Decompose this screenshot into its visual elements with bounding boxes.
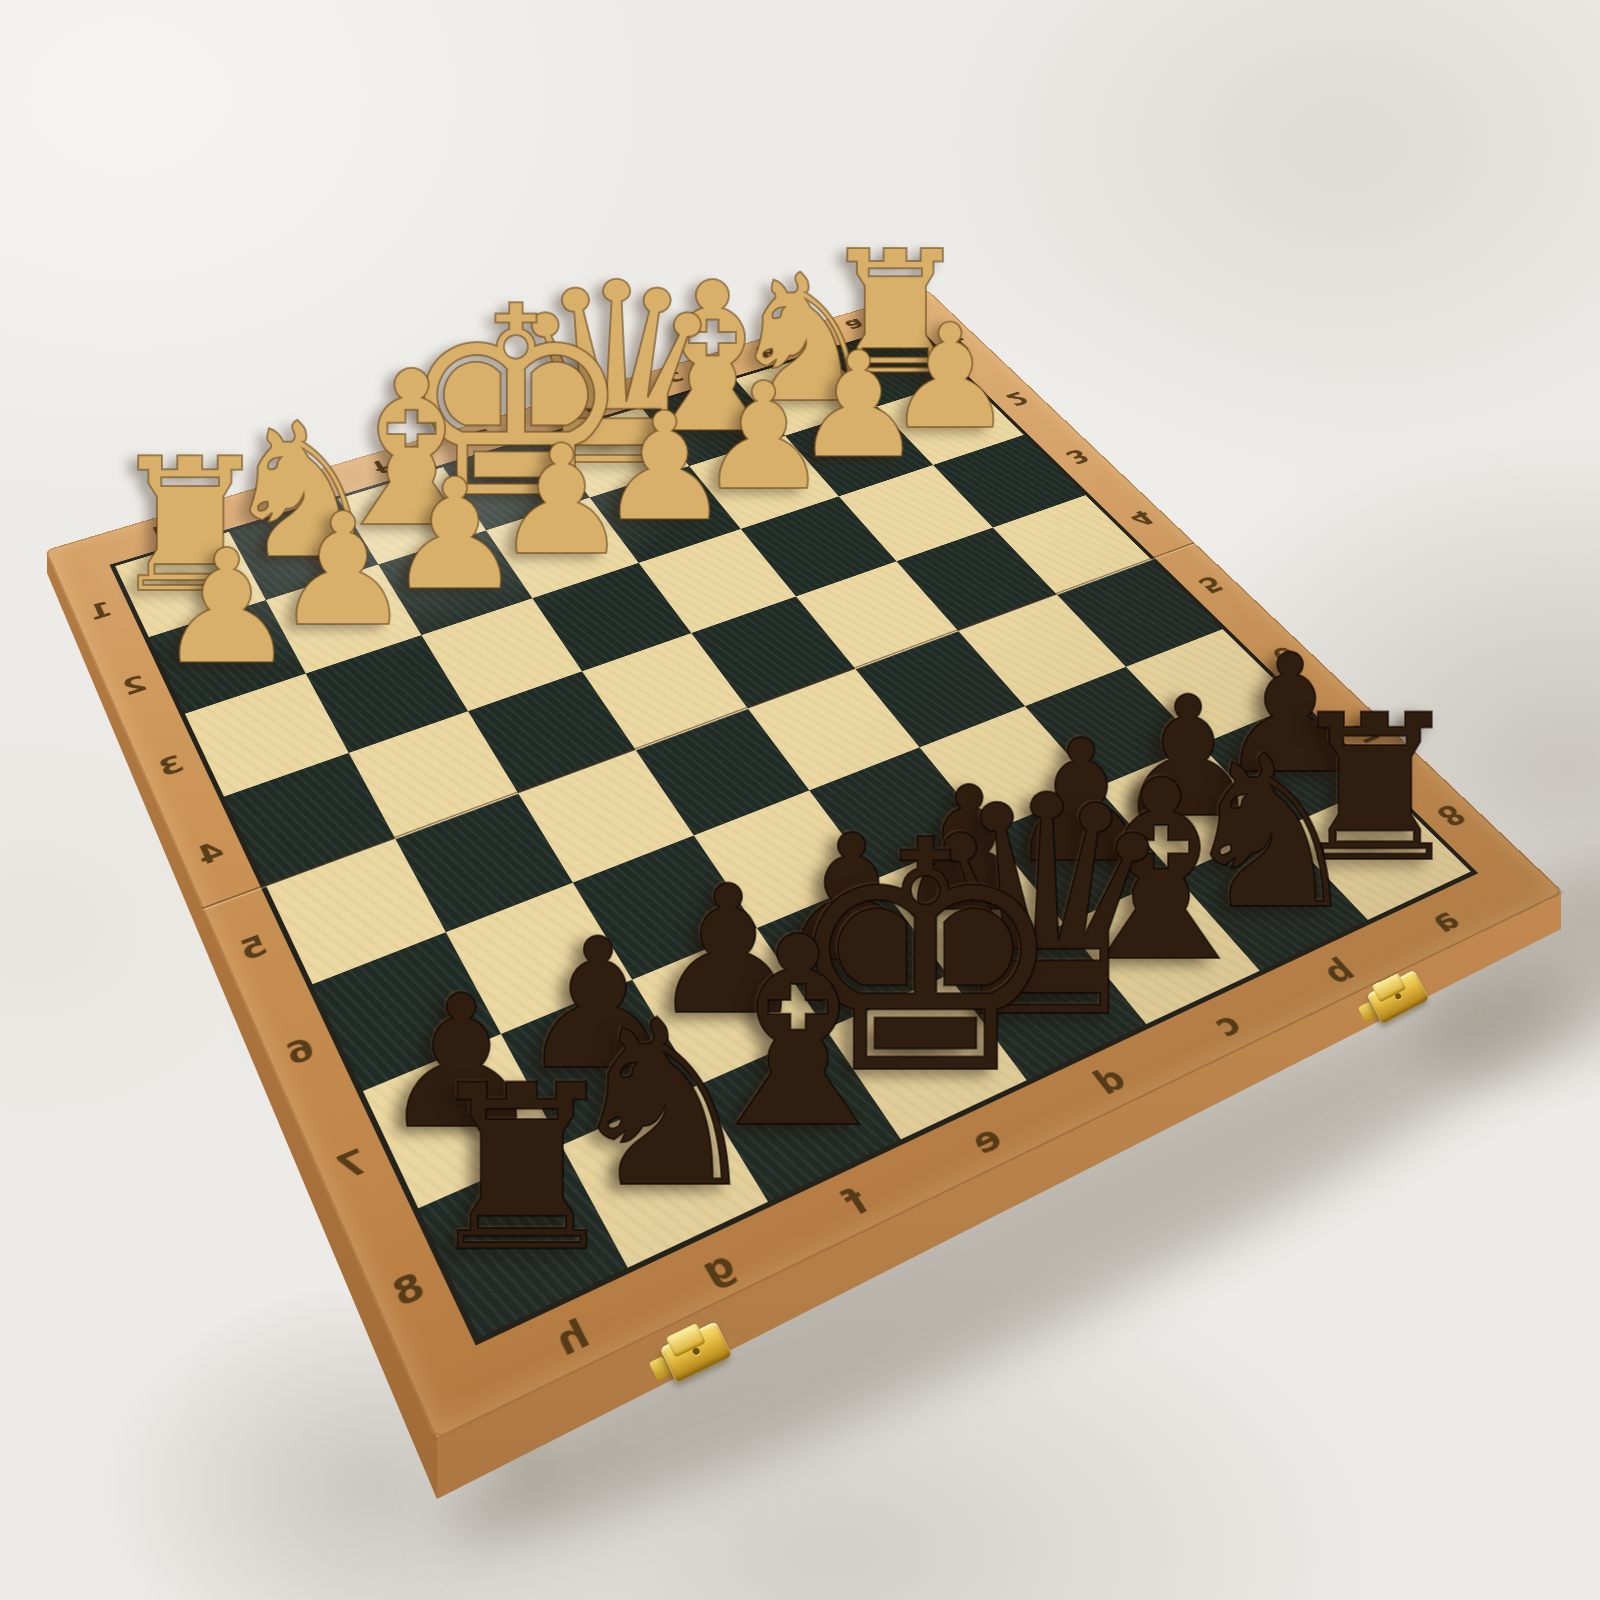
coord-rank-near: 2 [108, 665, 162, 705]
coord-rank-near: 6 [268, 1024, 332, 1080]
coord-rank-near: 3 [143, 744, 199, 787]
coord-rank-near: 4 [181, 830, 239, 877]
white-pawn[interactable]: ♟ [156, 529, 297, 687]
wooden-chess-set-photo: 1122334455667788aabbccddeeffgghh ♜♞♝♛♚♝♞… [0, 0, 1600, 1600]
black-rook[interactable]: ♜ [420, 1055, 625, 1284]
coord-rank-near: 5 [223, 923, 284, 974]
coord-rank-near: 7 [318, 1134, 386, 1195]
